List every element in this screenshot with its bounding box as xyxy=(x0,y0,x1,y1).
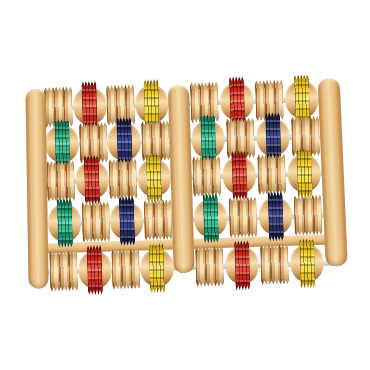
roller-wood-navy xyxy=(258,198,292,235)
spiky-ring-green xyxy=(56,198,73,248)
roller-ridged-wood xyxy=(46,160,75,203)
product-photo xyxy=(0,0,370,370)
roller-ridged-wood xyxy=(293,194,322,237)
rod-row-3 xyxy=(192,154,321,196)
spiky-ring-navy xyxy=(267,191,284,241)
frame-left-rail xyxy=(25,89,48,289)
roller-ridged-wood xyxy=(260,243,289,286)
roller-wood-red xyxy=(75,161,109,198)
roller-ridged-wood xyxy=(111,247,140,290)
roller-wood-green xyxy=(45,125,79,162)
rod-row-3 xyxy=(46,158,171,200)
spiky-ring-green xyxy=(202,193,219,243)
roller-ridged-wood xyxy=(226,117,255,160)
panel-right xyxy=(190,70,325,296)
roller-ridged-wood xyxy=(257,153,286,196)
roller-wood-red xyxy=(73,87,107,124)
roller-wood-yellow xyxy=(135,86,169,123)
spiky-ring-red xyxy=(231,150,248,200)
rod-row-5 xyxy=(195,244,324,286)
spiky-ring-red xyxy=(86,245,103,295)
roller-wood-yellow xyxy=(137,159,171,196)
roller-ridged-wood xyxy=(141,120,170,163)
roller-wood-red xyxy=(78,251,112,288)
roller-wood-yellow xyxy=(290,245,324,282)
spiky-ring-yellow xyxy=(296,148,313,198)
roller-ridged-wood xyxy=(49,249,78,292)
roller-ridged-wood xyxy=(291,115,320,158)
roller-wood-yellow xyxy=(287,155,321,192)
roller-wood-yellow xyxy=(140,249,174,286)
roller-wood-green xyxy=(48,204,82,241)
roller-ridged-wood xyxy=(79,121,108,164)
roller-ridged-wood xyxy=(143,198,172,241)
roller-wood-navy xyxy=(256,119,290,156)
spiky-ring-red xyxy=(84,155,101,205)
spiky-ring-yellow xyxy=(149,243,166,293)
roller-wood-red xyxy=(225,247,259,284)
roller-wood-green xyxy=(191,121,225,158)
roller-ridged-wood xyxy=(195,245,224,288)
foot-massager-board xyxy=(24,69,349,301)
rod-row-1 xyxy=(44,85,169,127)
roller-ridged-wood xyxy=(108,158,137,201)
roller-ridged-wood xyxy=(192,155,221,198)
roller-wood-yellow xyxy=(285,81,319,118)
rod-row-5 xyxy=(49,248,174,290)
spiky-ring-yellow xyxy=(146,153,163,203)
rod-row-1 xyxy=(190,80,319,122)
roller-wood-green xyxy=(193,200,227,237)
rod-row-4 xyxy=(48,200,173,242)
rod-row-4 xyxy=(193,196,322,238)
roller-wood-red xyxy=(222,157,256,194)
panel-left xyxy=(44,75,175,301)
spiky-ring-red xyxy=(234,240,251,290)
roller-wood-red xyxy=(220,83,254,120)
roller-wood-navy xyxy=(107,123,141,160)
roller-ridged-wood xyxy=(81,200,110,243)
spiky-ring-navy xyxy=(119,196,136,246)
spiky-ring-yellow xyxy=(299,238,316,288)
roller-ridged-wood xyxy=(228,196,257,239)
roller-wood-navy xyxy=(110,202,144,239)
